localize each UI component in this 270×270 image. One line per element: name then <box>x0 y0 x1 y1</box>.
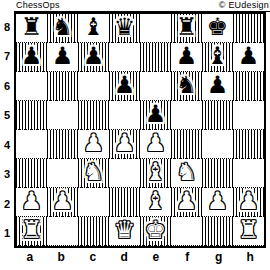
white-pawn-d4: ♟ <box>114 131 136 155</box>
board: ♜♞♝♛♜♚♟♟♟♟♝♟♟♞♟♟♟♟♟♞♝♞♟♟♝♟♟♟♜♛♚♜ <box>14 12 266 248</box>
square-b2[interactable]: ♟ <box>47 188 78 217</box>
square-c7[interactable]: ♟ <box>78 43 109 72</box>
square-a1[interactable]: ♜ <box>16 217 47 246</box>
black-rook-f8: ♜ <box>176 15 198 39</box>
rank-label-6: 6 <box>0 71 14 101</box>
square-b3[interactable] <box>47 159 78 188</box>
square-e3[interactable]: ♝ <box>140 159 171 188</box>
white-pawn-f2: ♟ <box>176 189 198 213</box>
white-knight-c3: ♞ <box>83 160 105 184</box>
black-rook-a8: ♜ <box>21 15 43 39</box>
white-queen-d1: ♛ <box>114 218 136 242</box>
square-b7[interactable]: ♟ <box>47 43 78 72</box>
white-king-e1: ♚ <box>145 218 167 242</box>
square-f4[interactable] <box>171 130 202 159</box>
square-e7[interactable] <box>140 43 171 72</box>
square-c1[interactable] <box>78 217 109 246</box>
square-h7[interactable]: ♟ <box>233 43 264 72</box>
square-h4[interactable] <box>233 130 264 159</box>
black-pawn-h7: ♟ <box>238 44 260 68</box>
white-pawn-e4: ♟ <box>145 131 167 155</box>
square-d5[interactable] <box>109 101 140 130</box>
rank-label-7: 7 <box>0 42 14 72</box>
square-h5[interactable] <box>233 101 264 130</box>
black-queen-d8: ♛ <box>114 15 136 39</box>
rank-labels: 87654321 <box>0 12 14 248</box>
square-d1[interactable]: ♛ <box>109 217 140 246</box>
file-labels: abcdefgh <box>14 248 266 266</box>
square-d7[interactable] <box>109 43 140 72</box>
black-pawn-a7: ♟ <box>21 44 43 68</box>
square-f3[interactable]: ♞ <box>171 159 202 188</box>
square-a6[interactable] <box>16 72 47 101</box>
white-pawn-h2: ♟ <box>238 189 260 213</box>
file-label-e: e <box>140 248 172 266</box>
title-bar: ChessOps © EUdesign <box>14 0 270 12</box>
black-king-g8: ♚ <box>207 15 229 39</box>
rank-label-4: 4 <box>0 130 14 160</box>
black-pawn-d6: ♟ <box>114 73 136 97</box>
square-h3[interactable] <box>233 159 264 188</box>
square-e6[interactable] <box>140 72 171 101</box>
white-knight-f3: ♞ <box>176 160 198 184</box>
rank-label-3: 3 <box>0 160 14 190</box>
white-pawn-a2: ♟ <box>21 189 43 213</box>
square-a7[interactable]: ♟ <box>16 43 47 72</box>
square-g2[interactable]: ♟ <box>202 188 233 217</box>
file-label-f: f <box>172 248 204 266</box>
square-e2[interactable]: ♝ <box>140 188 171 217</box>
credit-label: © EUdesign <box>219 0 269 10</box>
white-bishop-e3: ♝ <box>145 160 167 184</box>
rank-label-2: 2 <box>0 189 14 219</box>
black-pawn-e5: ♟ <box>145 102 167 126</box>
square-g8[interactable]: ♚ <box>202 14 233 43</box>
square-g5[interactable] <box>202 101 233 130</box>
square-g6[interactable]: ♟ <box>202 72 233 101</box>
square-a3[interactable] <box>16 159 47 188</box>
square-a2[interactable]: ♟ <box>16 188 47 217</box>
square-d4[interactable]: ♟ <box>109 130 140 159</box>
square-c3[interactable]: ♞ <box>78 159 109 188</box>
square-g1[interactable] <box>202 217 233 246</box>
rank-label-1: 1 <box>0 219 14 249</box>
square-f5[interactable] <box>171 101 202 130</box>
black-pawn-g6: ♟ <box>207 73 229 97</box>
square-f8[interactable]: ♜ <box>171 14 202 43</box>
white-rook-h1: ♜ <box>238 218 260 242</box>
black-pawn-c7: ♟ <box>83 44 105 68</box>
square-e1[interactable]: ♚ <box>140 217 171 246</box>
square-e5[interactable]: ♟ <box>140 101 171 130</box>
square-c8[interactable]: ♝ <box>78 14 109 43</box>
square-h6[interactable] <box>233 72 264 101</box>
rank-label-8: 8 <box>0 12 14 42</box>
white-rook-a1: ♜ <box>21 218 43 242</box>
square-d2[interactable] <box>109 188 140 217</box>
chess-diagram-window: ChessOps © EUdesign 87654321 ♜♞♝♛♜♚♟♟♟♟♝… <box>0 0 270 270</box>
square-b8[interactable]: ♞ <box>47 14 78 43</box>
file-label-h: h <box>235 248 267 266</box>
black-bishop-g7: ♝ <box>207 44 229 68</box>
white-pawn-c4: ♟ <box>83 131 105 155</box>
file-label-b: b <box>46 248 78 266</box>
file-label-d: d <box>109 248 141 266</box>
square-b6[interactable] <box>47 72 78 101</box>
square-c6[interactable] <box>78 72 109 101</box>
square-b1[interactable] <box>47 217 78 246</box>
file-label-c: c <box>77 248 109 266</box>
square-c2[interactable] <box>78 188 109 217</box>
white-pawn-b2: ♟ <box>52 189 74 213</box>
square-f7[interactable]: ♟ <box>171 43 202 72</box>
square-e4[interactable]: ♟ <box>140 130 171 159</box>
square-h1[interactable]: ♜ <box>233 217 264 246</box>
square-f1[interactable] <box>171 217 202 246</box>
black-knight-b8: ♞ <box>52 15 74 39</box>
black-knight-f6: ♞ <box>176 73 198 97</box>
square-g3[interactable] <box>202 159 233 188</box>
square-a5[interactable] <box>16 101 47 130</box>
black-pawn-b7: ♟ <box>52 44 74 68</box>
square-a4[interactable] <box>16 130 47 159</box>
square-c4[interactable]: ♟ <box>78 130 109 159</box>
app-title: ChessOps <box>16 0 60 10</box>
square-h8[interactable] <box>233 14 264 43</box>
square-b5[interactable] <box>47 101 78 130</box>
square-h2[interactable]: ♟ <box>233 188 264 217</box>
black-pawn-f7: ♟ <box>176 44 198 68</box>
square-b4[interactable] <box>47 130 78 159</box>
file-label-g: g <box>203 248 235 266</box>
file-label-a: a <box>14 248 46 266</box>
square-e8[interactable] <box>140 14 171 43</box>
square-g4[interactable] <box>202 130 233 159</box>
square-f2[interactable]: ♟ <box>171 188 202 217</box>
black-bishop-c8: ♝ <box>83 15 105 39</box>
square-g7[interactable]: ♝ <box>202 43 233 72</box>
square-f6[interactable]: ♞ <box>171 72 202 101</box>
rank-label-5: 5 <box>0 101 14 131</box>
square-c5[interactable] <box>78 101 109 130</box>
white-bishop-e2: ♝ <box>145 189 167 213</box>
white-pawn-g2: ♟ <box>207 189 229 213</box>
square-a8[interactable]: ♜ <box>16 14 47 43</box>
square-d6[interactable]: ♟ <box>109 72 140 101</box>
square-d3[interactable] <box>109 159 140 188</box>
square-d8[interactable]: ♛ <box>109 14 140 43</box>
